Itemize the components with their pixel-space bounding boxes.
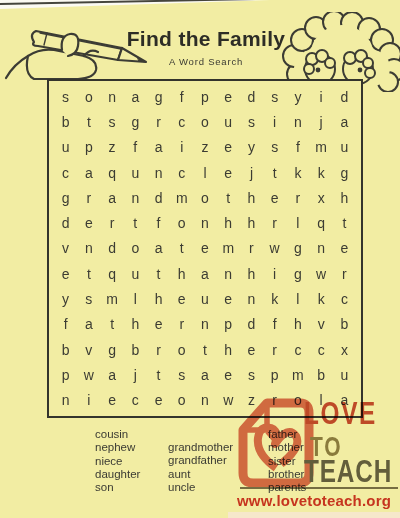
grid-cell: e (193, 236, 216, 261)
grid-cell: u (54, 135, 77, 160)
grid-cell: t (333, 211, 356, 236)
grid-cell: l (193, 160, 216, 185)
grid-cell: s (54, 84, 77, 109)
grid-cell: k (286, 160, 309, 185)
grid-cell: h (240, 261, 263, 286)
grid-cell: a (193, 362, 216, 387)
grid-cell: h (240, 211, 263, 236)
grid-cell: d (100, 236, 123, 261)
stamp-teach: TEACH (304, 454, 392, 490)
grid-cell: q (310, 211, 333, 236)
grid-cell: y (54, 286, 77, 311)
grid-cell: n (54, 388, 77, 413)
grid-cell: p (54, 362, 77, 387)
grid-cell: r (333, 261, 356, 286)
grid-cell: a (147, 135, 170, 160)
grid-cell: t (263, 160, 286, 185)
grid-cell: c (286, 337, 309, 362)
grid-cell: d (240, 312, 263, 337)
grid-cell: l (286, 211, 309, 236)
grid-cell: c (310, 337, 333, 362)
grid-cell: o (170, 388, 193, 413)
grid-cell: p (77, 135, 100, 160)
grid-cell: d (147, 185, 170, 210)
grid-cell: s (240, 362, 263, 387)
grid-cell: g (147, 84, 170, 109)
word-item: nephew (95, 441, 140, 454)
grid-cell: f (286, 135, 309, 160)
grid-cell: h (170, 261, 193, 286)
grid-cell: e (217, 84, 240, 109)
grid-cell: t (100, 312, 123, 337)
grid-cell: g (286, 261, 309, 286)
grid-cell: r (263, 211, 286, 236)
grid-cell: s (170, 362, 193, 387)
grid-cell: c (54, 160, 77, 185)
grid-cell: u (193, 286, 216, 311)
stamp-logo-icon (234, 394, 314, 490)
grid-cell: h (286, 312, 309, 337)
word-item: grandfather (168, 454, 233, 467)
grid-cell: c (124, 388, 147, 413)
grid-cell: f (54, 312, 77, 337)
grid-cell: w (263, 236, 286, 261)
grid-cell: h (217, 211, 240, 236)
grid-cell: c (170, 109, 193, 134)
grid-cell: n (193, 388, 216, 413)
grid-cell: x (310, 185, 333, 210)
grid-cell: m (286, 362, 309, 387)
grid-cell: q (100, 261, 123, 286)
grid-cell: h (124, 312, 147, 337)
grid-cell: e (170, 286, 193, 311)
grid-cell: b (54, 109, 77, 134)
grid-cell: t (147, 362, 170, 387)
grid-cell: y (286, 84, 309, 109)
grid-cell: s (263, 84, 286, 109)
grid-cell: e (217, 286, 240, 311)
grid-cell: d (54, 211, 77, 236)
grid-cell: b (54, 337, 77, 362)
grid-cell: v (310, 312, 333, 337)
grid-cell: e (240, 337, 263, 362)
grid-cell: j (310, 109, 333, 134)
grid-cell: m (100, 286, 123, 311)
love-to-teach-stamp: LOVE TO TEACH www.lovetoteach.org (230, 392, 400, 518)
grid-cell: r (147, 109, 170, 134)
grid-cell: i (77, 388, 100, 413)
grid-cell: f (263, 312, 286, 337)
word-item: aunt (168, 468, 233, 481)
grid-cell: k (310, 160, 333, 185)
grid-cell: e (217, 135, 240, 160)
grid-cell: n (193, 312, 216, 337)
grid-cell: u (217, 109, 240, 134)
grid-cell: e (217, 362, 240, 387)
grid-cell: a (147, 236, 170, 261)
grid-cell: d (240, 84, 263, 109)
grid-cell: l (124, 286, 147, 311)
grid-cell: m (217, 236, 240, 261)
stamp-url: www.lovetoteach.org (237, 492, 391, 509)
grid-cell: k (310, 286, 333, 311)
grid-cell: a (77, 160, 100, 185)
grid-cell: o (77, 84, 100, 109)
grid-cell: g (54, 185, 77, 210)
grid-cell: i (170, 135, 193, 160)
grid-cell: e (77, 211, 100, 236)
grid-cell: r (77, 185, 100, 210)
scan-artifact-bottom (228, 512, 400, 518)
word-item: niece (95, 455, 140, 468)
grid-cell: r (147, 337, 170, 362)
grid-cell: e (217, 160, 240, 185)
grid-cell: s (100, 109, 123, 134)
grid-cell: t (193, 337, 216, 362)
worksheet-page: Find the Family A Word Search sonagfpeds… (0, 0, 400, 518)
grid-cell: n (77, 236, 100, 261)
grid-cell: o (193, 109, 216, 134)
grid-cell: q (100, 160, 123, 185)
grid-cell: e (147, 312, 170, 337)
grid-cell: m (310, 135, 333, 160)
word-item: cousin (95, 428, 140, 441)
grid-cell: n (100, 84, 123, 109)
grid-cell: i (263, 109, 286, 134)
grid-cell: t (77, 109, 100, 134)
grid-cell: n (310, 236, 333, 261)
grid-cell: t (124, 211, 147, 236)
grid-cell: o (193, 185, 216, 210)
grid-cell: g (100, 337, 123, 362)
word-item: grandmother (168, 441, 233, 454)
grid-cell: r (286, 185, 309, 210)
grid-cell: u (124, 160, 147, 185)
grid-cell: h (217, 337, 240, 362)
word-list-column-1: cousinnephewniecedaughterson (95, 428, 140, 494)
word-list-column-2: grandmothergrandfatherauntuncle (168, 441, 233, 494)
grid-cell: g (286, 236, 309, 261)
word-item: son (95, 481, 140, 494)
grid-cell: u (333, 362, 356, 387)
grid-cell: p (217, 312, 240, 337)
grid-cell: e (333, 236, 356, 261)
grid-cell: i (263, 261, 286, 286)
grid-cell: n (124, 185, 147, 210)
grid-cell: f (170, 84, 193, 109)
grid-cell: w (77, 362, 100, 387)
grid-cell: s (240, 109, 263, 134)
grid-cell: w (310, 261, 333, 286)
grid-cell: e (147, 388, 170, 413)
grid-cell: t (217, 185, 240, 210)
grid-cell: n (217, 261, 240, 286)
grid-cell: a (77, 312, 100, 337)
grid-cell: n (193, 211, 216, 236)
grid-cell: r (263, 337, 286, 362)
word-search-grid: sonagfpedsyidbtsgrcousinjaupzfaizeysfmuc… (47, 79, 363, 418)
grid-cell: s (263, 135, 286, 160)
grid-cell: t (77, 261, 100, 286)
grid-cell: r (170, 312, 193, 337)
grid-cell: u (333, 135, 356, 160)
grid-cell: x (333, 337, 356, 362)
grid-cell: e (54, 261, 77, 286)
grid-cell: j (240, 160, 263, 185)
grid-cell: l (286, 286, 309, 311)
grid-cell: n (240, 286, 263, 311)
grid-cell: o (170, 211, 193, 236)
grid-cell: e (100, 388, 123, 413)
grid-cell: d (333, 84, 356, 109)
grid-cell: o (124, 236, 147, 261)
grid-cell: z (100, 135, 123, 160)
grid-cell: v (77, 337, 100, 362)
grid-cell: h (240, 185, 263, 210)
word-item: daughter (95, 468, 140, 481)
grid-cell: a (100, 185, 123, 210)
grid-cell: r (100, 211, 123, 236)
grid-cell: p (193, 84, 216, 109)
grid-cell: u (124, 261, 147, 286)
grid-cell: j (124, 362, 147, 387)
grid-cell: y (240, 135, 263, 160)
grid-cell: b (310, 362, 333, 387)
grid-cell: v (54, 236, 77, 261)
grid-cell: c (170, 160, 193, 185)
grid-cell: f (124, 135, 147, 160)
grid-cell: m (170, 185, 193, 210)
grid-cell: z (193, 135, 216, 160)
grid-cell: a (333, 109, 356, 134)
grid-cell: n (147, 160, 170, 185)
grid-cell: h (147, 286, 170, 311)
grid-cell: o (170, 337, 193, 362)
stamp-love: LOVE (304, 396, 377, 432)
grid-cell: p (263, 362, 286, 387)
grid-cell: n (286, 109, 309, 134)
grid-cell: i (310, 84, 333, 109)
grid-cell: s (77, 286, 100, 311)
grid-cell: c (333, 286, 356, 311)
grid-cell: e (263, 185, 286, 210)
grid-cell: a (193, 261, 216, 286)
grid-cell: t (170, 236, 193, 261)
grid-cell: k (263, 286, 286, 311)
grid-cell: a (100, 362, 123, 387)
grid-cell: g (124, 109, 147, 134)
grid-cell: t (147, 261, 170, 286)
grid-cell: r (240, 236, 263, 261)
grid-cell: b (124, 337, 147, 362)
word-item: uncle (168, 481, 233, 494)
grid-cell: a (124, 84, 147, 109)
stamp-underline (240, 487, 398, 489)
grid-cell: g (333, 160, 356, 185)
grid-cell: f (147, 211, 170, 236)
grid-cell: h (333, 185, 356, 210)
grid-cell: b (333, 312, 356, 337)
